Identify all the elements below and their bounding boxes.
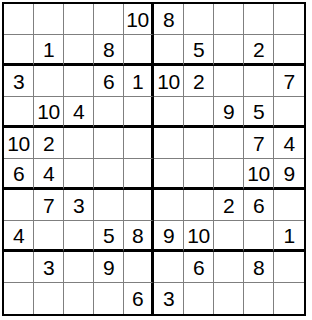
cell-r9c8-empty[interactable] [214,252,244,283]
cell-r7c9-given[interactable]: 6 [244,190,274,221]
cell-r6c4-empty[interactable] [94,159,124,190]
cell-r1c2-empty[interactable] [34,4,64,35]
cell-r6c8-empty[interactable] [214,159,244,190]
cell-r3c5-given[interactable]: 1 [124,66,154,97]
cell-r8c5-given[interactable]: 8 [124,221,154,252]
cell-r7c6-empty[interactable] [154,190,184,221]
cell-r7c5-empty[interactable] [124,190,154,221]
cell-r1c1-empty[interactable] [4,4,34,35]
cell-r6c3-empty[interactable] [64,159,94,190]
cell-r9c9-given[interactable]: 8 [244,252,274,283]
cell-r6c1-given[interactable]: 6 [4,159,34,190]
cell-r2c6-empty[interactable] [154,35,184,66]
cell-r10c6-given[interactable]: 3 [154,283,184,314]
cell-r8c9-empty[interactable] [244,221,274,252]
cell-r10c3-empty[interactable] [64,283,94,314]
cell-r5c10-given[interactable]: 4 [274,128,304,159]
cell-r9c6-empty[interactable] [154,252,184,283]
cell-r2c9-given[interactable]: 2 [244,35,274,66]
cell-r10c10-empty[interactable] [274,283,304,314]
cell-r3c6-given[interactable]: 10 [154,66,184,97]
cell-r8c2-empty[interactable] [34,221,64,252]
cell-r4c2-given[interactable]: 10 [34,97,64,128]
cell-r10c9-empty[interactable] [244,283,274,314]
cell-r2c1-empty[interactable] [4,35,34,66]
cell-r6c2-given[interactable]: 4 [34,159,64,190]
cell-r1c5-given[interactable]: 10 [124,4,154,35]
cell-r10c4-empty[interactable] [94,283,124,314]
cell-r3c1-given[interactable]: 3 [4,66,34,97]
cell-r2c4-given[interactable]: 8 [94,35,124,66]
cell-r5c1-given[interactable]: 10 [4,128,34,159]
cell-r6c6-empty[interactable] [154,159,184,190]
cell-r3c3-empty[interactable] [64,66,94,97]
cell-r10c7-empty[interactable] [184,283,214,314]
cell-r1c9-empty[interactable] [244,4,274,35]
cell-r4c10-empty[interactable] [274,97,304,128]
cell-r5c9-given[interactable]: 7 [244,128,274,159]
cell-r1c3-empty[interactable] [64,4,94,35]
cell-r7c8-given[interactable]: 2 [214,190,244,221]
cell-r4c6-empty[interactable] [154,97,184,128]
cell-r8c8-empty[interactable] [214,221,244,252]
cell-r2c8-empty[interactable] [214,35,244,66]
cell-r8c1-given[interactable]: 4 [4,221,34,252]
page-background: 1081852361102710495102746410973264589101… [0,0,312,320]
cell-r2c10-empty[interactable] [274,35,304,66]
cell-r2c7-given[interactable]: 5 [184,35,214,66]
cell-r7c4-empty[interactable] [94,190,124,221]
cell-r7c10-empty[interactable] [274,190,304,221]
cell-r6c7-empty[interactable] [184,159,214,190]
cell-r3c7-given[interactable]: 2 [184,66,214,97]
cell-r9c5-empty[interactable] [124,252,154,283]
cell-r3c9-empty[interactable] [244,66,274,97]
cell-r4c4-empty[interactable] [94,97,124,128]
cell-r8c6-given[interactable]: 9 [154,221,184,252]
cell-r5c7-empty[interactable] [184,128,214,159]
cell-r8c3-empty[interactable] [64,221,94,252]
cell-r4c1-empty[interactable] [4,97,34,128]
cell-r5c8-empty[interactable] [214,128,244,159]
cell-r9c4-given[interactable]: 9 [94,252,124,283]
cell-r9c10-empty[interactable] [274,252,304,283]
cell-r9c7-given[interactable]: 6 [184,252,214,283]
cell-r8c7-given[interactable]: 10 [184,221,214,252]
cell-r5c3-empty[interactable] [64,128,94,159]
cell-r9c2-given[interactable]: 3 [34,252,64,283]
cell-r1c4-empty[interactable] [94,4,124,35]
cell-r5c4-empty[interactable] [94,128,124,159]
cell-r5c6-empty[interactable] [154,128,184,159]
cell-r7c2-given[interactable]: 7 [34,190,64,221]
cell-r10c1-empty[interactable] [4,283,34,314]
cell-r8c10-given[interactable]: 1 [274,221,304,252]
cell-r7c3-given[interactable]: 3 [64,190,94,221]
cell-r5c5-empty[interactable] [124,128,154,159]
cell-r6c5-empty[interactable] [124,159,154,190]
cell-r10c2-empty[interactable] [34,283,64,314]
cell-r7c1-empty[interactable] [4,190,34,221]
cell-r7c7-empty[interactable] [184,190,214,221]
cell-r4c7-empty[interactable] [184,97,214,128]
sudoku-board: 1081852361102710495102746410973264589101… [2,2,306,316]
cell-r4c3-given[interactable]: 4 [64,97,94,128]
cell-r1c8-empty[interactable] [214,4,244,35]
cell-r1c10-empty[interactable] [274,4,304,35]
cell-r2c2-given[interactable]: 1 [34,35,64,66]
cell-r3c8-empty[interactable] [214,66,244,97]
cell-r6c10-given[interactable]: 9 [274,159,304,190]
cell-r2c3-empty[interactable] [64,35,94,66]
cell-r1c6-given[interactable]: 8 [154,4,184,35]
cell-r9c3-empty[interactable] [64,252,94,283]
cell-r4c8-given[interactable]: 9 [214,97,244,128]
cell-r1c7-empty[interactable] [184,4,214,35]
cell-r6c9-given[interactable]: 10 [244,159,274,190]
cell-r3c4-given[interactable]: 6 [94,66,124,97]
cell-r2c5-empty[interactable] [124,35,154,66]
cell-r10c8-empty[interactable] [214,283,244,314]
cell-r10c5-given[interactable]: 6 [124,283,154,314]
cell-r3c10-given[interactable]: 7 [274,66,304,97]
cell-r3c2-empty[interactable] [34,66,64,97]
cell-r8c4-given[interactable]: 5 [94,221,124,252]
cell-r9c1-empty[interactable] [4,252,34,283]
cell-r5c2-given[interactable]: 2 [34,128,64,159]
cell-r4c5-empty[interactable] [124,97,154,128]
cell-r4c9-given[interactable]: 5 [244,97,274,128]
